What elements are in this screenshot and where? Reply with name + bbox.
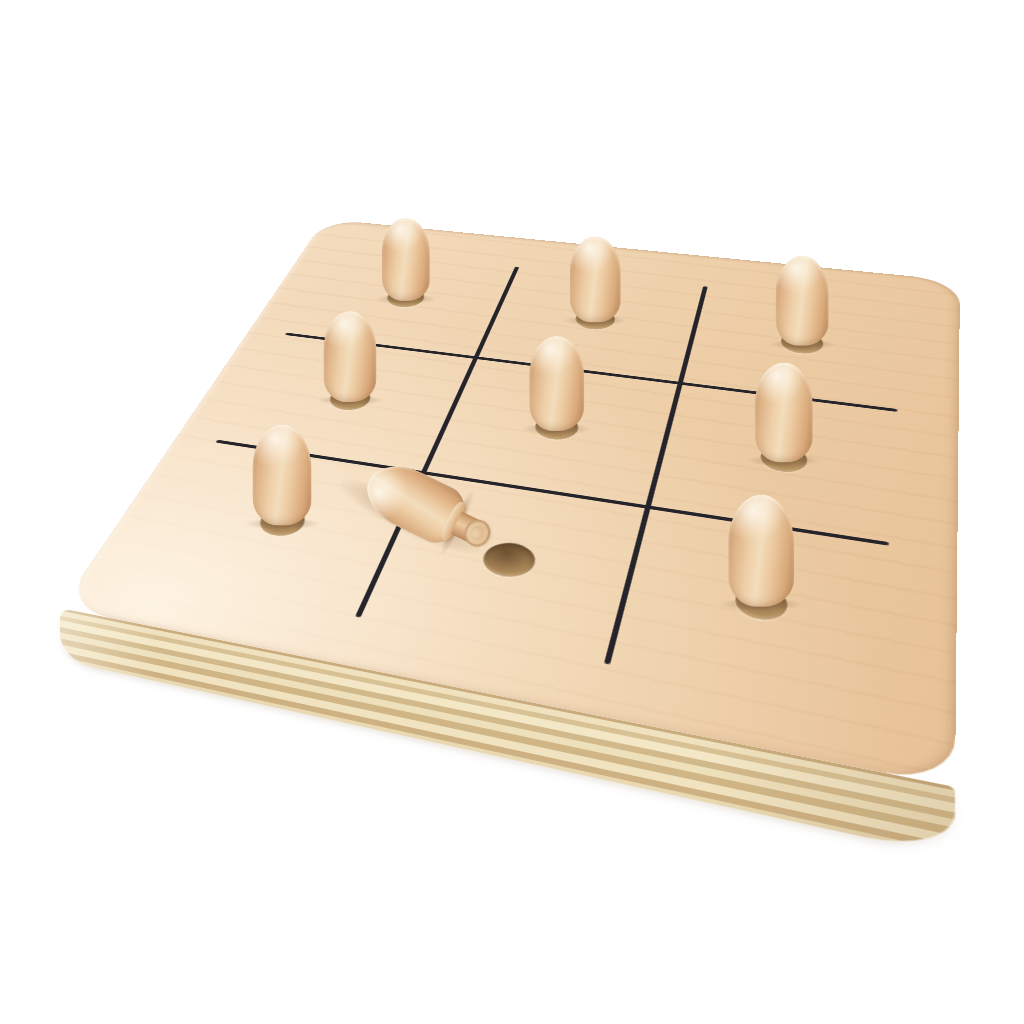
peg-r1c1[interactable] (529, 336, 585, 431)
peg-knob (728, 495, 794, 607)
peg-knob (755, 363, 813, 463)
peg-r1c2[interactable] (755, 363, 813, 463)
peg-r0c2[interactable] (776, 256, 829, 346)
peg-knob (253, 425, 312, 525)
peg-knob (570, 236, 620, 322)
peg-knob (776, 256, 829, 346)
peg-r2c0[interactable] (253, 425, 312, 525)
peg-r0c1[interactable] (570, 236, 620, 322)
peg-knob (529, 336, 585, 431)
peg-r0c0[interactable] (381, 218, 429, 300)
product-photo-stage (0, 0, 1024, 1024)
peg-r1c0[interactable] (324, 311, 377, 402)
peg-hole (478, 539, 540, 580)
peg-r2c2[interactable] (728, 495, 794, 607)
peg-knob (381, 218, 429, 300)
peg-knob (324, 311, 377, 402)
